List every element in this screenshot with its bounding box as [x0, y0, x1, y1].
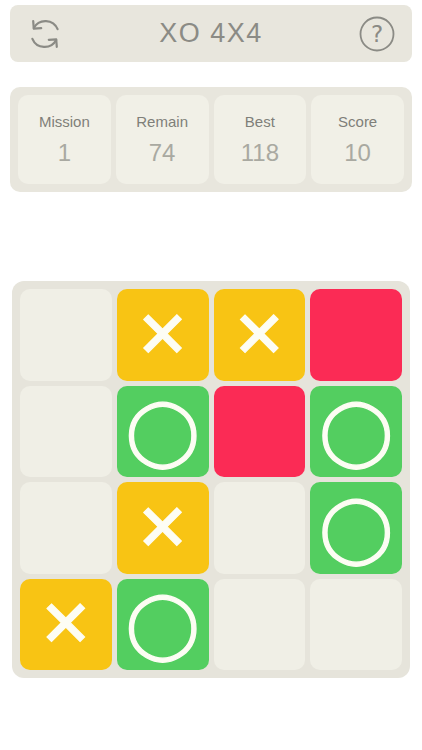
page-title: XO 4X4 [159, 18, 263, 49]
cell-r4c4-empty[interactable] [310, 579, 402, 671]
stat-value: 118 [241, 139, 279, 167]
cell-r2c2-O[interactable]: ◯ [117, 386, 209, 478]
restart-button[interactable] [24, 13, 66, 55]
stat-label: Best [245, 113, 275, 130]
cell-r3c2-X[interactable]: ✕ [117, 482, 209, 574]
cell-r3c4-O[interactable]: ◯ [310, 482, 402, 574]
cell-r1c1-empty[interactable] [20, 289, 112, 381]
cell-r2c1-empty[interactable] [20, 386, 112, 478]
help-button[interactable]: ? [356, 13, 398, 55]
stat-value: 10 [344, 139, 371, 167]
game-screen: XO 4X4 ? Mission 1 Remain 74 Best 118 Sc… [0, 0, 422, 750]
cell-r3c1-empty[interactable] [20, 482, 112, 574]
stat-card-best: Best 118 [214, 95, 307, 184]
stat-label: Score [338, 113, 377, 130]
cell-r1c2-X[interactable]: ✕ [117, 289, 209, 381]
header-bar: XO 4X4 ? [10, 5, 412, 62]
stat-value: 74 [149, 139, 176, 167]
cell-r2c4-O[interactable]: ◯ [310, 386, 402, 478]
stat-card-score: Score 10 [311, 95, 404, 184]
stat-card-remain: Remain 74 [116, 95, 209, 184]
stat-label: Mission [39, 113, 90, 130]
cell-r4c3-empty[interactable] [214, 579, 306, 671]
cell-r1c4-red[interactable] [310, 289, 402, 381]
cell-r3c3-empty[interactable] [214, 482, 306, 574]
cell-r4c2-O[interactable]: ◯ [117, 579, 209, 671]
stat-value: 1 [58, 139, 71, 167]
stat-card-mission: Mission 1 [18, 95, 111, 184]
stats-panel: Mission 1 Remain 74 Best 118 Score 10 [10, 87, 412, 192]
question-mark-icon: ? [357, 14, 397, 54]
cell-r2c3-red[interactable] [214, 386, 306, 478]
board: ✕✕◯◯✕◯✕◯ [12, 281, 410, 678]
cell-r1c3-X[interactable]: ✕ [214, 289, 306, 381]
restart-icon [25, 14, 65, 54]
cell-r4c1-X[interactable]: ✕ [20, 579, 112, 671]
stat-label: Remain [136, 113, 188, 130]
question-mark-glyph: ? [371, 21, 383, 47]
